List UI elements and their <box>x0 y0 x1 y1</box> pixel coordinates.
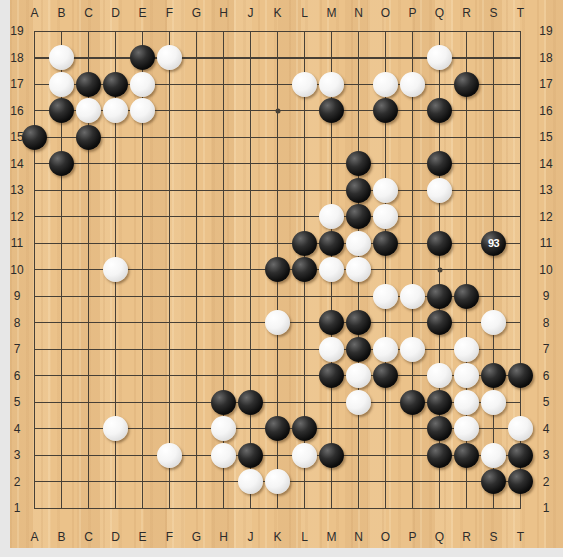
point-H5[interactable] <box>210 389 237 416</box>
point-E8[interactable] <box>129 309 156 336</box>
point-G18[interactable] <box>183 44 210 71</box>
point-K16[interactable] <box>264 97 291 124</box>
point-S9[interactable] <box>480 283 507 310</box>
point-B15[interactable] <box>48 124 75 151</box>
point-J8[interactable] <box>237 309 264 336</box>
point-R13[interactable] <box>453 177 480 204</box>
point-B7[interactable] <box>48 336 75 363</box>
point-A4[interactable] <box>21 415 48 442</box>
point-F19[interactable] <box>156 18 183 45</box>
point-O1[interactable] <box>372 495 399 522</box>
point-S17[interactable] <box>480 71 507 98</box>
point-M4[interactable] <box>318 415 345 442</box>
point-Q1[interactable] <box>426 495 453 522</box>
point-H17[interactable] <box>210 71 237 98</box>
point-B4[interactable] <box>48 415 75 442</box>
point-A3[interactable] <box>21 442 48 469</box>
point-O5[interactable] <box>372 389 399 416</box>
point-J5[interactable] <box>237 389 264 416</box>
point-C1[interactable] <box>75 495 102 522</box>
point-Q16[interactable] <box>426 97 453 124</box>
point-Q18[interactable] <box>426 44 453 71</box>
point-O17[interactable] <box>372 71 399 98</box>
point-K6[interactable] <box>264 362 291 389</box>
point-B5[interactable] <box>48 389 75 416</box>
point-H13[interactable] <box>210 177 237 204</box>
point-F3[interactable] <box>156 442 183 469</box>
point-E19[interactable] <box>129 18 156 45</box>
point-D2[interactable] <box>102 468 129 495</box>
point-E6[interactable] <box>129 362 156 389</box>
point-P18[interactable] <box>399 44 426 71</box>
point-K18[interactable] <box>264 44 291 71</box>
point-B13[interactable] <box>48 177 75 204</box>
point-B12[interactable] <box>48 203 75 230</box>
point-P14[interactable] <box>399 150 426 177</box>
point-O11[interactable] <box>372 230 399 257</box>
point-K14[interactable] <box>264 150 291 177</box>
point-R5[interactable] <box>453 389 480 416</box>
point-A2[interactable] <box>21 468 48 495</box>
point-B18[interactable] <box>48 44 75 71</box>
point-M2[interactable] <box>318 468 345 495</box>
point-G12[interactable] <box>183 203 210 230</box>
point-H12[interactable] <box>210 203 237 230</box>
point-N18[interactable] <box>345 44 372 71</box>
point-G3[interactable] <box>183 442 210 469</box>
point-R3[interactable] <box>453 442 480 469</box>
point-S14[interactable] <box>480 150 507 177</box>
point-J15[interactable] <box>237 124 264 151</box>
point-F16[interactable] <box>156 97 183 124</box>
point-S2[interactable] <box>480 468 507 495</box>
point-N1[interactable] <box>345 495 372 522</box>
point-J12[interactable] <box>237 203 264 230</box>
point-E4[interactable] <box>129 415 156 442</box>
point-P10[interactable] <box>399 256 426 283</box>
point-L4[interactable] <box>291 415 318 442</box>
point-S4[interactable] <box>480 415 507 442</box>
point-O14[interactable] <box>372 150 399 177</box>
point-J3[interactable] <box>237 442 264 469</box>
point-S8[interactable] <box>480 309 507 336</box>
point-S16[interactable] <box>480 97 507 124</box>
point-P15[interactable] <box>399 124 426 151</box>
point-N19[interactable] <box>345 18 372 45</box>
point-R4[interactable] <box>453 415 480 442</box>
point-Q5[interactable] <box>426 389 453 416</box>
point-G13[interactable] <box>183 177 210 204</box>
point-D7[interactable] <box>102 336 129 363</box>
point-N7[interactable] <box>345 336 372 363</box>
point-H18[interactable] <box>210 44 237 71</box>
point-E17[interactable] <box>129 71 156 98</box>
point-F13[interactable] <box>156 177 183 204</box>
point-B10[interactable] <box>48 256 75 283</box>
point-H1[interactable] <box>210 495 237 522</box>
point-R1[interactable] <box>453 495 480 522</box>
point-A8[interactable] <box>21 309 48 336</box>
point-D9[interactable] <box>102 283 129 310</box>
point-E2[interactable] <box>129 468 156 495</box>
point-E18[interactable] <box>129 44 156 71</box>
point-K8[interactable] <box>264 309 291 336</box>
point-L2[interactable] <box>291 468 318 495</box>
point-M17[interactable] <box>318 71 345 98</box>
point-O2[interactable] <box>372 468 399 495</box>
point-G8[interactable] <box>183 309 210 336</box>
point-F14[interactable] <box>156 150 183 177</box>
point-F1[interactable] <box>156 495 183 522</box>
point-N17[interactable] <box>345 71 372 98</box>
point-H8[interactable] <box>210 309 237 336</box>
point-O18[interactable] <box>372 44 399 71</box>
point-A14[interactable] <box>21 150 48 177</box>
point-M18[interactable] <box>318 44 345 71</box>
point-R9[interactable] <box>453 283 480 310</box>
point-L9[interactable] <box>291 283 318 310</box>
point-K17[interactable] <box>264 71 291 98</box>
point-S18[interactable] <box>480 44 507 71</box>
point-K11[interactable] <box>264 230 291 257</box>
point-B6[interactable] <box>48 362 75 389</box>
point-Q4[interactable] <box>426 415 453 442</box>
point-M6[interactable] <box>318 362 345 389</box>
point-S6[interactable] <box>480 362 507 389</box>
point-Q17[interactable] <box>426 71 453 98</box>
point-P8[interactable] <box>399 309 426 336</box>
point-N14[interactable] <box>345 150 372 177</box>
point-B11[interactable] <box>48 230 75 257</box>
point-B19[interactable] <box>48 18 75 45</box>
point-R18[interactable] <box>453 44 480 71</box>
point-N4[interactable] <box>345 415 372 442</box>
point-A10[interactable] <box>21 256 48 283</box>
point-L8[interactable] <box>291 309 318 336</box>
point-E11[interactable] <box>129 230 156 257</box>
point-L10[interactable] <box>291 256 318 283</box>
point-S12[interactable] <box>480 203 507 230</box>
point-P9[interactable] <box>399 283 426 310</box>
point-F7[interactable] <box>156 336 183 363</box>
point-L18[interactable] <box>291 44 318 71</box>
point-E5[interactable] <box>129 389 156 416</box>
point-Q9[interactable] <box>426 283 453 310</box>
point-A9[interactable] <box>21 283 48 310</box>
point-O16[interactable] <box>372 97 399 124</box>
point-N10[interactable] <box>345 256 372 283</box>
point-D17[interactable] <box>102 71 129 98</box>
point-G5[interactable] <box>183 389 210 416</box>
point-P2[interactable] <box>399 468 426 495</box>
point-N8[interactable] <box>345 309 372 336</box>
point-T16[interactable] <box>507 97 534 124</box>
point-K5[interactable] <box>264 389 291 416</box>
point-M14[interactable] <box>318 150 345 177</box>
point-D5[interactable] <box>102 389 129 416</box>
point-T9[interactable] <box>507 283 534 310</box>
point-T14[interactable] <box>507 150 534 177</box>
point-H19[interactable] <box>210 18 237 45</box>
point-Q13[interactable] <box>426 177 453 204</box>
point-P11[interactable] <box>399 230 426 257</box>
point-C16[interactable] <box>75 97 102 124</box>
point-S19[interactable] <box>480 18 507 45</box>
point-L11[interactable] <box>291 230 318 257</box>
point-F8[interactable] <box>156 309 183 336</box>
point-A5[interactable] <box>21 389 48 416</box>
point-H11[interactable] <box>210 230 237 257</box>
point-Q11[interactable] <box>426 230 453 257</box>
point-J13[interactable] <box>237 177 264 204</box>
point-D15[interactable] <box>102 124 129 151</box>
point-T13[interactable] <box>507 177 534 204</box>
point-L14[interactable] <box>291 150 318 177</box>
point-F2[interactable] <box>156 468 183 495</box>
point-O6[interactable] <box>372 362 399 389</box>
point-M13[interactable] <box>318 177 345 204</box>
point-C13[interactable] <box>75 177 102 204</box>
point-T12[interactable] <box>507 203 534 230</box>
point-T17[interactable] <box>507 71 534 98</box>
point-S7[interactable] <box>480 336 507 363</box>
point-Q8[interactable] <box>426 309 453 336</box>
point-E9[interactable] <box>129 283 156 310</box>
point-D12[interactable] <box>102 203 129 230</box>
point-R8[interactable] <box>453 309 480 336</box>
point-C18[interactable] <box>75 44 102 71</box>
point-T7[interactable] <box>507 336 534 363</box>
point-A11[interactable] <box>21 230 48 257</box>
point-L1[interactable] <box>291 495 318 522</box>
point-A18[interactable] <box>21 44 48 71</box>
point-F18[interactable] <box>156 44 183 71</box>
point-H10[interactable] <box>210 256 237 283</box>
point-S11[interactable]: 93 <box>480 230 507 257</box>
point-C8[interactable] <box>75 309 102 336</box>
point-R15[interactable] <box>453 124 480 151</box>
point-E13[interactable] <box>129 177 156 204</box>
point-D1[interactable] <box>102 495 129 522</box>
point-L15[interactable] <box>291 124 318 151</box>
point-C5[interactable] <box>75 389 102 416</box>
point-H3[interactable] <box>210 442 237 469</box>
point-P13[interactable] <box>399 177 426 204</box>
point-C9[interactable] <box>75 283 102 310</box>
point-Q6[interactable] <box>426 362 453 389</box>
point-K15[interactable] <box>264 124 291 151</box>
point-J14[interactable] <box>237 150 264 177</box>
point-F10[interactable] <box>156 256 183 283</box>
point-L17[interactable] <box>291 71 318 98</box>
point-A6[interactable] <box>21 362 48 389</box>
point-Q19[interactable] <box>426 18 453 45</box>
point-N16[interactable] <box>345 97 372 124</box>
point-J18[interactable] <box>237 44 264 71</box>
point-C17[interactable] <box>75 71 102 98</box>
point-R6[interactable] <box>453 362 480 389</box>
point-K7[interactable] <box>264 336 291 363</box>
point-O9[interactable] <box>372 283 399 310</box>
point-B1[interactable] <box>48 495 75 522</box>
point-C7[interactable] <box>75 336 102 363</box>
point-H2[interactable] <box>210 468 237 495</box>
point-L5[interactable] <box>291 389 318 416</box>
point-Q7[interactable] <box>426 336 453 363</box>
point-G7[interactable] <box>183 336 210 363</box>
point-B3[interactable] <box>48 442 75 469</box>
point-T11[interactable] <box>507 230 534 257</box>
point-M10[interactable] <box>318 256 345 283</box>
point-S3[interactable] <box>480 442 507 469</box>
point-L13[interactable] <box>291 177 318 204</box>
point-G6[interactable] <box>183 362 210 389</box>
point-R16[interactable] <box>453 97 480 124</box>
point-T6[interactable] <box>507 362 534 389</box>
point-D4[interactable] <box>102 415 129 442</box>
point-M5[interactable] <box>318 389 345 416</box>
point-T4[interactable] <box>507 415 534 442</box>
point-N13[interactable] <box>345 177 372 204</box>
point-M11[interactable] <box>318 230 345 257</box>
point-M9[interactable] <box>318 283 345 310</box>
point-M15[interactable] <box>318 124 345 151</box>
point-A12[interactable] <box>21 203 48 230</box>
point-D8[interactable] <box>102 309 129 336</box>
point-N15[interactable] <box>345 124 372 151</box>
point-G10[interactable] <box>183 256 210 283</box>
point-T2[interactable] <box>507 468 534 495</box>
point-F4[interactable] <box>156 415 183 442</box>
point-E7[interactable] <box>129 336 156 363</box>
point-A16[interactable] <box>21 97 48 124</box>
point-O10[interactable] <box>372 256 399 283</box>
point-G19[interactable] <box>183 18 210 45</box>
point-T10[interactable] <box>507 256 534 283</box>
point-F17[interactable] <box>156 71 183 98</box>
point-C12[interactable] <box>75 203 102 230</box>
point-T8[interactable] <box>507 309 534 336</box>
point-Q3[interactable] <box>426 442 453 469</box>
point-G17[interactable] <box>183 71 210 98</box>
point-M8[interactable] <box>318 309 345 336</box>
point-G16[interactable] <box>183 97 210 124</box>
point-T15[interactable] <box>507 124 534 151</box>
point-S13[interactable] <box>480 177 507 204</box>
point-M19[interactable] <box>318 18 345 45</box>
point-K2[interactable] <box>264 468 291 495</box>
point-P17[interactable] <box>399 71 426 98</box>
point-H7[interactable] <box>210 336 237 363</box>
point-G1[interactable] <box>183 495 210 522</box>
point-J1[interactable] <box>237 495 264 522</box>
point-B9[interactable] <box>48 283 75 310</box>
point-Q12[interactable] <box>426 203 453 230</box>
point-S15[interactable] <box>480 124 507 151</box>
point-L6[interactable] <box>291 362 318 389</box>
point-P19[interactable] <box>399 18 426 45</box>
point-K10[interactable] <box>264 256 291 283</box>
point-F5[interactable] <box>156 389 183 416</box>
point-P5[interactable] <box>399 389 426 416</box>
point-O13[interactable] <box>372 177 399 204</box>
point-D6[interactable] <box>102 362 129 389</box>
point-O19[interactable] <box>372 18 399 45</box>
point-R10[interactable] <box>453 256 480 283</box>
point-D19[interactable] <box>102 18 129 45</box>
point-Q2[interactable] <box>426 468 453 495</box>
point-O7[interactable] <box>372 336 399 363</box>
point-C4[interactable] <box>75 415 102 442</box>
point-D13[interactable] <box>102 177 129 204</box>
point-R19[interactable] <box>453 18 480 45</box>
point-B8[interactable] <box>48 309 75 336</box>
point-O15[interactable] <box>372 124 399 151</box>
point-S5[interactable] <box>480 389 507 416</box>
point-E14[interactable] <box>129 150 156 177</box>
point-J19[interactable] <box>237 18 264 45</box>
point-G15[interactable] <box>183 124 210 151</box>
point-K19[interactable] <box>264 18 291 45</box>
point-G9[interactable] <box>183 283 210 310</box>
point-Q14[interactable] <box>426 150 453 177</box>
point-K9[interactable] <box>264 283 291 310</box>
point-N6[interactable] <box>345 362 372 389</box>
point-O3[interactable] <box>372 442 399 469</box>
point-T18[interactable] <box>507 44 534 71</box>
point-T1[interactable] <box>507 495 534 522</box>
point-K13[interactable] <box>264 177 291 204</box>
point-N9[interactable] <box>345 283 372 310</box>
point-C11[interactable] <box>75 230 102 257</box>
point-L7[interactable] <box>291 336 318 363</box>
point-E12[interactable] <box>129 203 156 230</box>
point-B14[interactable] <box>48 150 75 177</box>
point-C15[interactable] <box>75 124 102 151</box>
point-P7[interactable] <box>399 336 426 363</box>
point-K1[interactable] <box>264 495 291 522</box>
point-B17[interactable] <box>48 71 75 98</box>
point-T3[interactable] <box>507 442 534 469</box>
point-J2[interactable] <box>237 468 264 495</box>
point-A19[interactable] <box>21 18 48 45</box>
point-F11[interactable] <box>156 230 183 257</box>
point-H14[interactable] <box>210 150 237 177</box>
point-A7[interactable] <box>21 336 48 363</box>
point-R17[interactable] <box>453 71 480 98</box>
point-T5[interactable] <box>507 389 534 416</box>
point-D11[interactable] <box>102 230 129 257</box>
point-J17[interactable] <box>237 71 264 98</box>
point-J10[interactable] <box>237 256 264 283</box>
point-Q15[interactable] <box>426 124 453 151</box>
point-H9[interactable] <box>210 283 237 310</box>
point-F9[interactable] <box>156 283 183 310</box>
point-K4[interactable] <box>264 415 291 442</box>
point-B16[interactable] <box>48 97 75 124</box>
point-G14[interactable] <box>183 150 210 177</box>
point-C10[interactable] <box>75 256 102 283</box>
point-A17[interactable] <box>21 71 48 98</box>
point-R2[interactable] <box>453 468 480 495</box>
point-A15[interactable] <box>21 124 48 151</box>
point-C3[interactable] <box>75 442 102 469</box>
point-J9[interactable] <box>237 283 264 310</box>
point-J6[interactable] <box>237 362 264 389</box>
point-L3[interactable] <box>291 442 318 469</box>
point-C19[interactable] <box>75 18 102 45</box>
point-L16[interactable] <box>291 97 318 124</box>
